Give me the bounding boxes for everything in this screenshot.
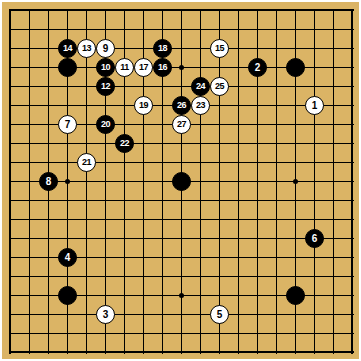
- stone-white-move-3: 3: [96, 305, 115, 324]
- grid-line-horizontal: [9, 238, 354, 239]
- stone-black-handicap: [286, 58, 305, 77]
- grid-line-horizontal: [9, 351, 354, 353]
- grid-line-vertical: [238, 9, 239, 354]
- star-point: [65, 179, 70, 184]
- stone-number: 4: [65, 253, 71, 263]
- grid-line-vertical: [276, 9, 277, 354]
- stone-number: 5: [217, 310, 223, 320]
- stone-number: 16: [158, 63, 167, 72]
- stone-number: 27: [177, 120, 186, 129]
- stone-black-move-12: 12: [96, 77, 115, 96]
- stone-number: 3: [103, 310, 109, 320]
- stone-black-move-24: 24: [191, 77, 210, 96]
- grid-line-vertical: [351, 9, 353, 354]
- stone-white-move-5: 5: [210, 305, 229, 324]
- stone-number: 23: [196, 101, 205, 110]
- stone-black-move-14: 14: [58, 39, 77, 58]
- grid-line-horizontal: [9, 314, 354, 315]
- stone-white-move-9: 9: [96, 39, 115, 58]
- stone-number: 21: [82, 158, 91, 167]
- stone-number: 12: [101, 82, 110, 91]
- stone-number: 6: [312, 234, 318, 244]
- stone-number: 26: [177, 101, 186, 110]
- stone-number: 9: [103, 44, 109, 54]
- stone-black-handicap: [286, 286, 305, 305]
- star-point: [293, 179, 298, 184]
- star-point: [179, 65, 184, 70]
- grid-line-horizontal: [9, 219, 354, 220]
- stone-number: 17: [139, 63, 148, 72]
- stone-black-handicap: [58, 286, 77, 305]
- stone-black-move-2: 2: [248, 58, 267, 77]
- stone-number: 18: [158, 44, 167, 53]
- grid-line-horizontal: [9, 333, 354, 334]
- stone-number: 10: [101, 63, 110, 72]
- stone-number: 7: [65, 120, 71, 130]
- stone-white-move-11: 11: [115, 58, 134, 77]
- star-point: [179, 293, 184, 298]
- stone-white-move-25: 25: [210, 77, 229, 96]
- stone-white-move-17: 17: [134, 58, 153, 77]
- stone-black-move-16: 16: [153, 58, 172, 77]
- stone-white-move-7: 7: [58, 115, 77, 134]
- go-board[interactable]: 1234567891011121314151617181920212223242…: [2, 2, 359, 359]
- stone-number: 25: [215, 82, 224, 91]
- stone-black-move-20: 20: [96, 115, 115, 134]
- stone-number: 24: [196, 82, 205, 91]
- stone-white-move-13: 13: [77, 39, 96, 58]
- stone-white-move-15: 15: [210, 39, 229, 58]
- stone-black-move-6: 6: [305, 229, 324, 248]
- stone-white-move-27: 27: [172, 115, 191, 134]
- stone-number: 1: [312, 101, 318, 111]
- stone-white-move-23: 23: [191, 96, 210, 115]
- stone-black-handicap: [58, 58, 77, 77]
- stone-white-move-1: 1: [305, 96, 324, 115]
- stone-black-move-10: 10: [96, 58, 115, 77]
- stone-black-move-8: 8: [39, 172, 58, 191]
- go-diagram: 1234567891011121314151617181920212223242…: [0, 0, 361, 361]
- stone-number: 14: [63, 44, 72, 53]
- stone-number: 8: [46, 177, 52, 187]
- grid-line-vertical: [200, 9, 201, 354]
- grid-line-horizontal: [9, 276, 354, 277]
- stone-number: 2: [255, 63, 261, 73]
- grid-line-horizontal: [9, 200, 354, 201]
- stone-number: 15: [215, 44, 224, 53]
- stone-number: 11: [120, 63, 129, 72]
- stone-black-handicap: [172, 172, 191, 191]
- grid-line-vertical: [333, 9, 334, 354]
- stone-number: 13: [82, 44, 91, 53]
- grid-line-vertical: [219, 9, 220, 354]
- stone-black-move-18: 18: [153, 39, 172, 58]
- stone-black-move-26: 26: [172, 96, 191, 115]
- stone-black-move-4: 4: [58, 248, 77, 267]
- stone-white-move-19: 19: [134, 96, 153, 115]
- stone-number: 19: [139, 101, 148, 110]
- stone-white-move-21: 21: [77, 153, 96, 172]
- stone-number: 22: [120, 139, 129, 148]
- grid-line-vertical: [314, 9, 315, 354]
- stone-number: 20: [101, 120, 110, 129]
- stone-black-move-22: 22: [115, 134, 134, 153]
